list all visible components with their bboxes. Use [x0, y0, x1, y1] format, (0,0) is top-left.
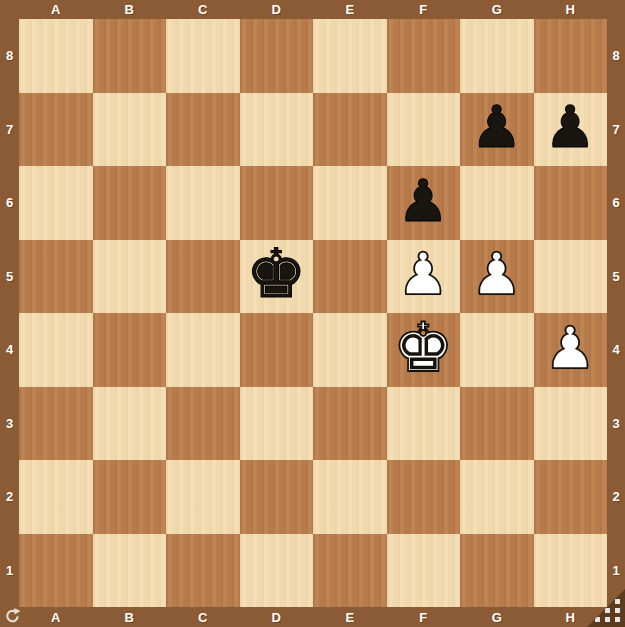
file-labels-top: ABCDEFGH [19, 0, 607, 19]
square-b7[interactable] [93, 93, 167, 167]
file-label-bottom-d: D [240, 607, 314, 627]
square-h8[interactable] [534, 19, 608, 93]
file-label-top-f: F [387, 0, 461, 19]
file-label-bottom-c: C [166, 607, 240, 627]
black-king[interactable]: ♚ [246, 240, 307, 308]
square-c2[interactable] [166, 460, 240, 534]
square-c8[interactable] [166, 19, 240, 93]
flip-board-icon[interactable] [4, 607, 22, 625]
square-g2[interactable] [460, 460, 534, 534]
square-f8[interactable] [387, 19, 461, 93]
square-c7[interactable] [166, 93, 240, 167]
file-label-bottom-g: G [460, 607, 534, 627]
square-g3[interactable] [460, 387, 534, 461]
file-label-bottom-f: F [387, 607, 461, 627]
rank-label-right-8: 8 [607, 19, 625, 93]
square-f7[interactable] [387, 93, 461, 167]
rank-label-left-6: 6 [0, 166, 19, 240]
file-labels-bottom: ABCDEFGH [19, 607, 607, 627]
square-a6[interactable] [19, 166, 93, 240]
square-b6[interactable] [93, 166, 167, 240]
white-king[interactable]: ♚ [393, 314, 454, 382]
square-h6[interactable] [534, 166, 608, 240]
square-f5[interactable]: ♟ [387, 240, 461, 314]
square-b2[interactable] [93, 460, 167, 534]
square-b4[interactable] [93, 313, 167, 387]
rank-labels-right: 87654321 [607, 19, 625, 607]
rank-label-left-5: 5 [0, 240, 19, 314]
rank-label-right-3: 3 [607, 387, 625, 461]
file-label-top-c: C [166, 0, 240, 19]
square-h1[interactable] [534, 534, 608, 608]
rank-label-right-7: 7 [607, 93, 625, 167]
square-g8[interactable] [460, 19, 534, 93]
file-label-top-g: G [460, 0, 534, 19]
square-f1[interactable] [387, 534, 461, 608]
square-e1[interactable] [313, 534, 387, 608]
square-g7[interactable]: ♟ [460, 93, 534, 167]
square-d3[interactable] [240, 387, 314, 461]
square-a2[interactable] [19, 460, 93, 534]
square-f3[interactable] [387, 387, 461, 461]
square-c4[interactable] [166, 313, 240, 387]
rank-label-left-2: 2 [0, 460, 19, 534]
white-pawn[interactable]: ♟ [471, 245, 523, 303]
rank-label-left-1: 1 [0, 534, 19, 608]
grip-dot [605, 608, 610, 613]
square-a5[interactable] [19, 240, 93, 314]
white-pawn[interactable]: ♟ [397, 245, 449, 303]
square-d5[interactable]: ♚ [240, 240, 314, 314]
square-b8[interactable] [93, 19, 167, 93]
rank-label-right-6: 6 [607, 166, 625, 240]
rank-label-left-8: 8 [0, 19, 19, 93]
rank-label-right-2: 2 [607, 460, 625, 534]
square-e3[interactable] [313, 387, 387, 461]
square-a1[interactable] [19, 534, 93, 608]
file-label-bottom-b: B [93, 607, 167, 627]
file-label-top-e: E [313, 0, 387, 19]
square-b1[interactable] [93, 534, 167, 608]
square-f2[interactable] [387, 460, 461, 534]
square-d2[interactable] [240, 460, 314, 534]
square-g1[interactable] [460, 534, 534, 608]
square-d1[interactable] [240, 534, 314, 608]
grip-dot [615, 599, 620, 604]
file-label-bottom-e: E [313, 607, 387, 627]
black-pawn[interactable]: ♟ [471, 98, 523, 156]
grip-dot [605, 617, 610, 622]
square-a3[interactable] [19, 387, 93, 461]
file-label-top-d: D [240, 0, 314, 19]
square-g6[interactable] [460, 166, 534, 240]
square-b5[interactable] [93, 240, 167, 314]
rank-label-left-3: 3 [0, 387, 19, 461]
white-pawn[interactable]: ♟ [544, 319, 596, 377]
square-d7[interactable] [240, 93, 314, 167]
square-c3[interactable] [166, 387, 240, 461]
black-pawn[interactable]: ♟ [544, 98, 596, 156]
square-g5[interactable]: ♟ [460, 240, 534, 314]
square-a4[interactable] [19, 313, 93, 387]
rank-label-right-4: 4 [607, 313, 625, 387]
board: ♟♟♟♚♟♟♚♟ [19, 19, 607, 607]
square-a7[interactable] [19, 93, 93, 167]
square-e2[interactable] [313, 460, 387, 534]
black-pawn[interactable]: ♟ [397, 172, 449, 230]
square-g4[interactable] [460, 313, 534, 387]
square-b3[interactable] [93, 387, 167, 461]
rank-label-left-7: 7 [0, 93, 19, 167]
square-f4[interactable]: ♚ [387, 313, 461, 387]
rank-label-left-4: 4 [0, 313, 19, 387]
square-f6[interactable]: ♟ [387, 166, 461, 240]
file-label-top-a: A [19, 0, 93, 19]
file-label-top-h: H [534, 0, 608, 19]
square-c6[interactable] [166, 166, 240, 240]
square-d8[interactable] [240, 19, 314, 93]
square-h4[interactable]: ♟ [534, 313, 608, 387]
square-h7[interactable]: ♟ [534, 93, 608, 167]
square-e4[interactable] [313, 313, 387, 387]
square-e5[interactable] [313, 240, 387, 314]
rank-label-right-5: 5 [607, 240, 625, 314]
grip-dot [615, 617, 620, 622]
chess-widget-frame: ABCDEFGH ABCDEFGH 87654321 87654321 ♟♟♟♚… [0, 0, 625, 627]
rank-labels-left: 87654321 [0, 19, 19, 607]
square-d4[interactable] [240, 313, 314, 387]
grip-dot [615, 608, 620, 613]
file-label-bottom-a: A [19, 607, 93, 627]
file-label-top-b: B [93, 0, 167, 19]
square-a8[interactable] [19, 19, 93, 93]
square-h3[interactable] [534, 387, 608, 461]
square-h2[interactable] [534, 460, 608, 534]
square-c5[interactable] [166, 240, 240, 314]
square-e7[interactable] [313, 93, 387, 167]
square-d6[interactable] [240, 166, 314, 240]
square-c1[interactable] [166, 534, 240, 608]
square-e8[interactable] [313, 19, 387, 93]
square-h5[interactable] [534, 240, 608, 314]
square-e6[interactable] [313, 166, 387, 240]
